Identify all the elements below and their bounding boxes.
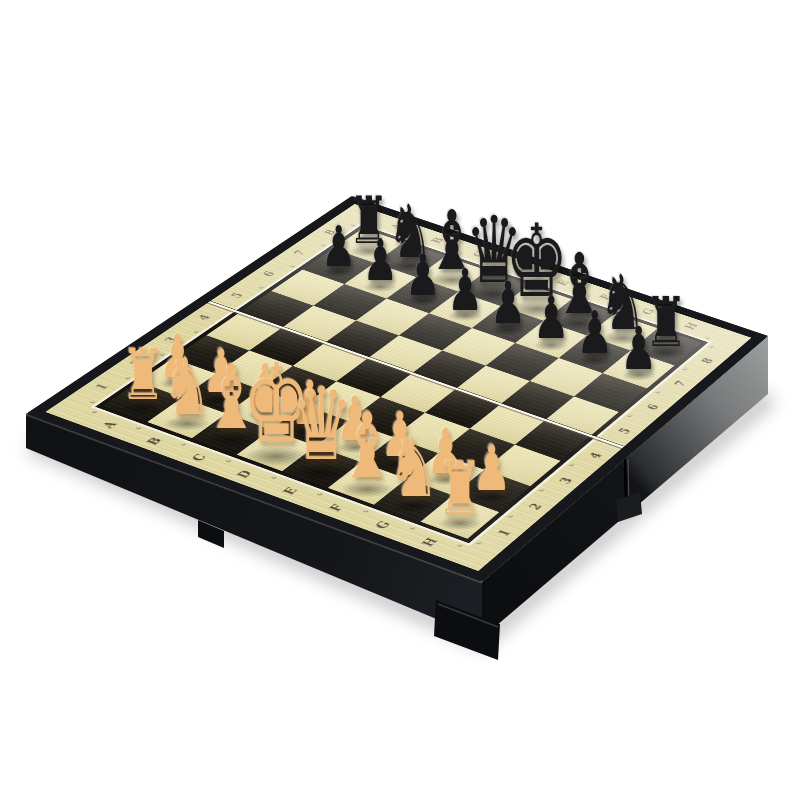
rank-label-3-left: 3: [162, 336, 179, 344]
border-rivet: [408, 236, 414, 239]
file-label-h-far: H: [682, 321, 700, 330]
rank-label-7-left: 7: [291, 249, 307, 256]
border-rivet: [456, 544, 462, 548]
border-rivet: [507, 514, 513, 517]
product-photo-scene: AABBCCDDEEFFGGHH1122334455667788 ♜♞♟♝♟♛♟…: [0, 0, 800, 800]
border-rivet: [317, 492, 323, 495]
file-label-d-near: D: [234, 469, 254, 479]
border-rivet: [533, 278, 539, 281]
rank-label-6-left: 6: [260, 270, 277, 278]
file-label-c-near: C: [189, 453, 208, 463]
file-label-d-far: D: [512, 264, 529, 272]
border-rivet: [91, 410, 97, 413]
border-rivet: [409, 526, 415, 530]
border-rivet: [627, 414, 633, 417]
rank-label-2-right: 2: [527, 502, 545, 511]
border-rivet: [450, 250, 456, 253]
border-rivet: [125, 376, 131, 379]
rank-label-8-right: 8: [699, 357, 715, 365]
border-rivet: [576, 293, 582, 296]
border-rivet: [136, 426, 142, 429]
rank-label-1-left: 1: [93, 383, 111, 391]
border-rivet: [350, 224, 356, 227]
border-rivet: [159, 353, 165, 356]
border-rivet: [538, 488, 544, 491]
rank-label-4-right: 4: [587, 451, 604, 460]
border-rivet: [193, 330, 199, 333]
rank-label-3-right: 3: [557, 476, 574, 485]
file-label-b-near: B: [144, 436, 163, 446]
rank-label-4-left: 4: [196, 313, 213, 321]
rank-label-5-right: 5: [616, 427, 633, 436]
file-label-a-near: A: [100, 420, 119, 429]
border-rivet: [569, 463, 575, 466]
file-label-c-far: C: [470, 250, 487, 258]
border-rivet: [682, 368, 688, 371]
border-rivet: [661, 322, 667, 325]
border-rivet: [709, 345, 715, 348]
rank-label-7-right: 7: [672, 380, 688, 388]
border-rivet: [89, 400, 95, 403]
file-label-e-near: E: [281, 486, 300, 496]
border-rivet: [225, 459, 231, 462]
border-rivet: [320, 244, 326, 247]
rank-label-6-right: 6: [644, 403, 661, 411]
border-rivet: [476, 541, 482, 545]
file-label-b-far: B: [429, 236, 446, 244]
rank-label-5-left: 5: [228, 291, 245, 299]
rank-label-2-left: 2: [128, 359, 146, 367]
border-rivet: [180, 443, 186, 446]
file-label-a-far: A: [388, 223, 405, 231]
file-label-g-near: G: [373, 520, 393, 530]
border-rivet: [491, 264, 497, 267]
border-rivet: [367, 222, 373, 225]
rank-label-8-left: 8: [322, 229, 338, 236]
border-rivet: [258, 286, 264, 289]
file-label-f-far: F: [597, 293, 613, 301]
border-rivet: [618, 307, 624, 310]
file-label-e-far: E: [555, 279, 571, 287]
border-rivet: [271, 476, 277, 479]
border-rivet: [290, 265, 296, 268]
rank-label-1-right: 1: [495, 528, 513, 537]
file-label-f-near: F: [327, 503, 345, 512]
file-label-h-near: H: [419, 537, 439, 548]
file-label-g-far: G: [639, 307, 656, 316]
border-rivet: [705, 336, 711, 339]
border-rivet: [363, 509, 369, 512]
border-rivet: [655, 391, 661, 394]
